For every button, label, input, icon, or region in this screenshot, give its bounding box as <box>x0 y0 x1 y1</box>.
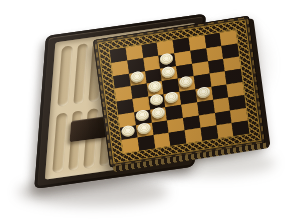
piece-slot <box>73 43 88 104</box>
white-checker <box>159 52 173 65</box>
white-checker <box>137 122 151 135</box>
piece-slot <box>57 45 72 106</box>
board-cell-r7c3 <box>169 130 186 145</box>
board-cell-r7c1 <box>137 135 154 150</box>
white-checker <box>147 81 161 94</box>
white-checker <box>135 109 149 122</box>
white-checker <box>130 70 144 83</box>
white-checker <box>149 94 163 107</box>
white-checker <box>151 107 165 120</box>
board-cell-r7c5 <box>200 125 217 140</box>
white-checker <box>196 86 210 99</box>
board-cell-r7c2 <box>153 133 170 148</box>
board-cell-r7c6 <box>216 123 233 138</box>
white-checker <box>121 124 135 137</box>
board-grid <box>109 29 251 154</box>
board-cell-r7c7 <box>232 121 249 136</box>
piece-slot <box>52 112 67 173</box>
white-checker <box>165 91 179 104</box>
white-checker <box>161 65 175 78</box>
white-checker <box>179 76 193 89</box>
game-board <box>93 16 266 168</box>
board-cell-r7c4 <box>185 128 202 143</box>
product-photo-scene <box>0 0 290 221</box>
board-cell-r7c0 <box>122 138 139 153</box>
